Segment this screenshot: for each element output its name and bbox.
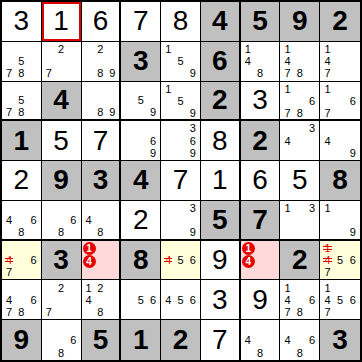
candidate-empty: [266, 321, 278, 334]
candidate-grid: 56: [122, 281, 159, 318]
given-digit: 2: [332, 7, 348, 35]
cell-r5c2[interactable]: 9: [42, 161, 82, 201]
given-digit: 2: [212, 86, 228, 114]
cell-r6c6[interactable]: 5: [201, 201, 241, 241]
candidate-empty: [267, 255, 279, 268]
solved-digit: 3: [212, 286, 228, 314]
candidate-empty: [15, 294, 27, 306]
candidate-empty: [306, 321, 318, 334]
candidate-6: 6: [306, 95, 318, 107]
candidate-8: 8: [15, 306, 27, 318]
candidate-1: 1: [321, 43, 334, 55]
candidate-empty: [174, 226, 186, 238]
cell-r8c3[interactable]: 1248: [82, 280, 122, 320]
cell-r9c5[interactable]: 2: [161, 320, 201, 360]
candidate-grid: 289: [83, 43, 119, 80]
candidate-cell-4: 4: [242, 255, 255, 268]
cell-r3c8[interactable]: 1678: [280, 82, 320, 122]
cell-r5c5[interactable]: 7: [161, 161, 201, 201]
candidate-6: 6: [187, 254, 199, 266]
candidate-grid: 167: [321, 83, 359, 119]
candidate-grid: 148: [242, 43, 279, 80]
candidate-empty: [334, 214, 347, 226]
candidate-empty: [147, 122, 159, 134]
candidate-5: 5: [334, 254, 347, 266]
candidate-empty: [187, 242, 199, 254]
candidate-empty: [266, 334, 278, 347]
candidate-empty: [135, 281, 147, 293]
candidate-empty: [122, 306, 134, 318]
candidate-empty: [281, 122, 293, 134]
candidate-empty: [106, 55, 118, 67]
candidate-empty: [43, 214, 55, 226]
cell-r4c4[interactable]: 69: [121, 121, 161, 161]
candidate-6: 6: [28, 254, 40, 266]
candidate-9: 9: [147, 106, 159, 118]
cell-r3c2[interactable]: 4: [42, 82, 82, 122]
given-digit: 2: [173, 326, 189, 354]
candidate-empty: [281, 214, 293, 226]
candidate-empty: [174, 147, 186, 159]
candidate-grid: 159: [162, 83, 199, 119]
cell-r4c9[interactable]: 49: [320, 121, 360, 161]
cell-r3c5[interactable]: 159: [161, 82, 201, 122]
candidate-empty: [106, 226, 118, 238]
candidate-3: 3: [306, 202, 318, 214]
cell-r1c3[interactable]: 6: [82, 2, 122, 42]
candidate-empty: [106, 43, 118, 55]
solved-digit: 9: [212, 246, 228, 274]
candidate-7: 7: [281, 107, 293, 119]
candidate-4: 4: [321, 294, 334, 306]
candidate-empty: [306, 346, 318, 359]
cell-r3c7[interactable]: 3: [241, 82, 281, 122]
chain-candidate-1: 1: [83, 242, 96, 255]
candidate-empty: [346, 67, 359, 79]
candidate-empty: [346, 266, 359, 278]
candidate-5: 5: [135, 94, 147, 106]
candidate-empty: [174, 135, 186, 147]
cell-r5c7[interactable]: 6: [241, 161, 281, 201]
candidate-7: 7: [321, 306, 334, 318]
candidate-grid: 39: [162, 202, 199, 238]
cell-r9c2[interactable]: 68: [42, 320, 82, 360]
solved-digit: 8: [173, 7, 189, 35]
cell-r1c8[interactable]: 9: [280, 2, 320, 42]
cell-r9c1[interactable]: 9: [2, 320, 42, 360]
cell-r1c6[interactable]: 4: [201, 2, 241, 42]
cell-r4c1[interactable]: 1: [2, 121, 42, 161]
candidate-empty: [334, 306, 347, 318]
candidate-1: 1: [321, 83, 334, 95]
candidate-empty: [83, 226, 95, 238]
candidate-empty: [334, 135, 347, 147]
candidate-empty: [28, 202, 40, 214]
cell-r3c4[interactable]: 59: [121, 82, 161, 122]
given-digit: 8: [133, 246, 149, 274]
cell-r3c3[interactable]: 89: [82, 82, 122, 122]
candidate-grid: 578: [3, 83, 40, 119]
candidate-empty: [94, 83, 106, 95]
candidate-empty: [28, 43, 40, 55]
candidate-empty: [135, 106, 147, 118]
candidate-empty: [346, 202, 359, 214]
candidate-empty: [83, 268, 96, 279]
candidate-empty: [43, 334, 55, 347]
candidate-empty: [321, 122, 334, 134]
candidate-grid: 27: [43, 281, 80, 318]
cell-r6c8[interactable]: 13: [280, 201, 320, 241]
candidate-empty: [107, 242, 118, 255]
solved-digit: 5: [53, 127, 69, 155]
candidate-7: 7: [321, 266, 334, 278]
cell-r4c8[interactable]: 34: [280, 121, 320, 161]
candidate-empty: [174, 281, 186, 293]
cell-r2c5[interactable]: 159: [161, 42, 201, 82]
cell-r7c1[interactable]: 467: [2, 241, 42, 281]
cell-r3c9[interactable]: 167: [320, 82, 360, 122]
candidate-empty: [122, 135, 134, 147]
eliminated-candidate-4: 4: [3, 254, 15, 266]
candidate-empty: [306, 147, 318, 159]
cell-r2c8[interactable]: 1478: [280, 42, 320, 82]
solved-digit: 7: [93, 127, 109, 155]
candidate-empty: [294, 334, 306, 347]
cell-r7c5[interactable]: 456: [161, 241, 201, 281]
candidate-empty: [254, 334, 266, 347]
cell-r8c7[interactable]: 9: [241, 280, 281, 320]
candidate-empty: [281, 321, 293, 334]
candidate-8: 8: [294, 107, 306, 119]
cell-r8c4[interactable]: 56: [121, 280, 161, 320]
cell-r5c6[interactable]: 1: [201, 161, 241, 201]
candidate-grid: 468: [281, 321, 318, 359]
candidate-empty: [162, 135, 174, 147]
cell-r8c6[interactable]: 3: [201, 280, 241, 320]
candidate-empty: [67, 306, 79, 318]
candidate-empty: [55, 55, 67, 67]
candidate-8: 8: [94, 67, 106, 79]
candidate-4: 4: [3, 214, 15, 226]
candidate-4: 4: [242, 334, 254, 347]
cell-r7c8[interactable]: 2: [280, 241, 320, 281]
candidate-empty: [281, 95, 293, 107]
candidate-8: 8: [94, 106, 106, 118]
candidate-empty: [3, 55, 15, 67]
candidate-empty: [107, 255, 118, 268]
cell-r8c9[interactable]: 14567: [320, 280, 360, 320]
candidate-4: 4: [281, 334, 293, 347]
cell-r7c4[interactable]: 8: [121, 241, 161, 281]
candidate-6: 6: [187, 294, 199, 306]
cell-r9c4[interactable]: 1: [121, 320, 161, 360]
cell-r7c9[interactable]: 14567: [320, 241, 360, 281]
candidate-empty: [67, 55, 79, 67]
cell-r1c4[interactable]: 7: [121, 2, 161, 42]
candidate-empty: [147, 306, 159, 318]
eliminated-candidate-4: 4: [321, 254, 334, 266]
candidate-empty: [294, 122, 306, 134]
cell-r1c5[interactable]: 8: [161, 2, 201, 42]
chain-candidate-1: 1: [242, 242, 255, 255]
candidate-empty: [174, 122, 186, 134]
candidate-grid: 14567: [321, 281, 359, 318]
candidate-empty: [306, 281, 318, 293]
candidate-empty: [321, 226, 334, 238]
candidate-grid: 13: [281, 202, 318, 238]
cell-r5c3[interactable]: 3: [82, 161, 122, 201]
cell-r4c5[interactable]: 369: [161, 121, 201, 161]
candidate-1: 1: [162, 43, 174, 55]
candidate-empty: [135, 135, 147, 147]
cell-r8c8[interactable]: 14678: [280, 280, 320, 320]
candidate-empty: [294, 43, 306, 55]
candidate-5: 5: [135, 294, 147, 306]
candidate-1: 1: [162, 83, 174, 95]
cell-r6c9[interactable]: 19: [320, 201, 360, 241]
candidate-empty: [83, 94, 95, 106]
candidate-3: 3: [306, 122, 318, 134]
candidate-empty: [147, 83, 159, 95]
candidate-8: 8: [55, 346, 67, 359]
cell-r5c1[interactable]: 2: [2, 161, 42, 201]
cell-r9c9[interactable]: 3: [320, 320, 360, 360]
candidate-empty: [187, 306, 199, 318]
candidate-6: 6: [306, 294, 318, 306]
cell-r2c1[interactable]: 578: [2, 42, 42, 82]
candidate-empty: [135, 122, 147, 134]
cell-r7c3[interactable]: 14: [82, 241, 122, 281]
candidate-empty: [15, 254, 27, 266]
cell-r1c1[interactable]: 3: [2, 2, 42, 42]
cell-r4c2[interactable]: 5: [42, 121, 82, 161]
candidate-empty: [122, 83, 134, 95]
candidate-cell-4: 4: [83, 255, 96, 268]
cell-r8c2[interactable]: 27: [42, 280, 82, 320]
given-digit: 2: [252, 127, 268, 155]
candidate-8: 8: [94, 306, 106, 318]
candidate-empty: [106, 306, 118, 318]
given-digit: 5: [93, 326, 109, 354]
cell-r4c3[interactable]: 7: [82, 121, 122, 161]
solved-digit: 2: [133, 206, 149, 234]
candidate-8: 8: [294, 346, 306, 359]
candidate-empty: [306, 306, 318, 318]
candidate-empty: [43, 202, 55, 214]
candidate-empty: [162, 107, 174, 119]
candidate-empty: [107, 268, 118, 279]
sudoku-board: 3167845925782728931596148147814757848959…: [0, 0, 362, 362]
candidate-empty: [43, 346, 55, 359]
candidate-empty: [43, 55, 55, 67]
candidate-empty: [67, 202, 79, 214]
candidate-empty: [346, 107, 359, 119]
candidate-empty: [334, 83, 347, 95]
candidate-empty: [174, 242, 186, 254]
candidate-grid: 89: [83, 83, 119, 119]
candidate-8: 8: [254, 67, 266, 79]
candidate-9: 9: [187, 107, 199, 119]
cell-r1c9[interactable]: 2: [320, 2, 360, 42]
solved-digit: 7: [173, 166, 189, 194]
cell-r8c5[interactable]: 456: [161, 280, 201, 320]
candidate-4: 4: [321, 55, 334, 67]
candidate-7: 7: [3, 306, 15, 318]
candidate-empty: [187, 83, 199, 95]
cell-r1c7[interactable]: 5: [241, 2, 281, 42]
candidate-7: 7: [281, 306, 293, 318]
candidate-3: 3: [187, 202, 199, 214]
candidate-empty: [3, 83, 15, 95]
candidate-4: 4: [83, 294, 95, 306]
cell-r2c6[interactable]: 6: [201, 42, 241, 82]
given-digit: 3: [133, 47, 149, 75]
candidate-empty: [94, 202, 106, 214]
cell-r6c3[interactable]: 48: [82, 201, 122, 241]
candidate-empty: [67, 43, 79, 55]
candidate-empty: [334, 226, 347, 238]
candidate-empty: [266, 67, 278, 79]
candidate-4: 4: [3, 294, 15, 306]
cell-r6c5[interactable]: 39: [161, 201, 201, 241]
candidate-empty: [334, 281, 347, 293]
candidate-empty: [294, 95, 306, 107]
candidate-9: 9: [187, 67, 199, 79]
candidate-empty: [174, 43, 186, 55]
candidate-empty: [162, 147, 174, 159]
candidate-6: 6: [28, 214, 40, 226]
cell-r6c7[interactable]: 7: [241, 201, 281, 241]
candidate-empty: [346, 306, 359, 318]
given-digit: 3: [93, 166, 109, 194]
candidate-empty: [15, 242, 27, 254]
cell-r5c4[interactable]: 4: [121, 161, 161, 201]
candidate-empty: [55, 202, 67, 214]
candidate-empty: [162, 281, 174, 293]
candidate-empty: [15, 281, 27, 293]
candidate-empty: [83, 55, 95, 67]
candidate-empty: [294, 147, 306, 159]
candidate-empty: [334, 202, 347, 214]
candidate-empty: [147, 281, 159, 293]
candidate-empty: [254, 55, 266, 67]
cell-r2c2[interactable]: 27: [42, 42, 82, 82]
candidate-4: 4: [83, 214, 95, 226]
candidate-1: 1: [281, 202, 293, 214]
candidate-empty: [346, 214, 359, 226]
cell-r7c6[interactable]: 9: [201, 241, 241, 281]
cell-r9c8[interactable]: 468: [280, 320, 320, 360]
cell-r2c7[interactable]: 148: [241, 42, 281, 82]
candidate-empty: [294, 202, 306, 214]
cell-r4c7[interactable]: 2: [241, 121, 281, 161]
candidate-empty: [147, 94, 159, 106]
cell-r8c1[interactable]: 4678: [2, 280, 42, 320]
cell-r5c9[interactable]: 8: [320, 161, 360, 201]
candidate-empty: [334, 147, 347, 159]
candidate-empty: [106, 214, 118, 226]
candidate-empty: [28, 55, 40, 67]
given-digit: 6: [212, 47, 228, 75]
cell-r9c3[interactable]: 5: [82, 320, 122, 360]
candidate-8: 8: [15, 226, 27, 238]
candidate-5: 5: [174, 55, 186, 67]
cell-r6c1[interactable]: 468: [2, 201, 42, 241]
candidate-grid: 27: [43, 43, 80, 80]
solved-digit: 7: [212, 326, 228, 354]
candidate-empty: [174, 266, 186, 278]
candidate-7: 7: [43, 67, 55, 79]
candidate-grid: 14: [83, 242, 119, 279]
candidate-grid: 4678: [3, 281, 40, 318]
candidate-empty: [346, 135, 359, 147]
candidate-6: 6: [346, 254, 359, 266]
candidate-empty: [55, 334, 67, 347]
candidate-4: 4: [281, 135, 293, 147]
candidate-empty: [96, 242, 107, 255]
candidate-empty: [306, 55, 318, 67]
candidate-empty: [242, 346, 254, 359]
candidate-9: 9: [346, 147, 359, 159]
cell-r4c6[interactable]: 8: [201, 121, 241, 161]
candidate-7: 7: [321, 67, 334, 79]
cell-r3c1[interactable]: 578: [2, 82, 42, 122]
candidate-9: 9: [147, 147, 159, 159]
candidate-empty: [83, 306, 95, 318]
candidate-empty: [306, 214, 318, 226]
candidate-grid: 14567: [321, 242, 359, 279]
cell-r6c4[interactable]: 2: [121, 201, 161, 241]
candidate-cell-1: 1: [83, 242, 96, 255]
candidate-empty: [28, 67, 40, 79]
cell-r9c7[interactable]: 48: [241, 320, 281, 360]
candidate-empty: [306, 107, 318, 119]
candidate-2: 2: [94, 281, 106, 293]
cell-r3c6[interactable]: 2: [201, 82, 241, 122]
cell-r7c7[interactable]: 14: [241, 241, 281, 281]
given-digit: 9: [292, 7, 308, 35]
candidate-empty: [122, 106, 134, 118]
candidate-grid: 468: [3, 202, 40, 238]
cell-r1c2[interactable]: 1: [42, 2, 82, 42]
cell-r6c2[interactable]: 68: [42, 201, 82, 241]
candidate-empty: [187, 43, 199, 55]
chain-candidate-4: 4: [83, 255, 96, 268]
cell-r2c4[interactable]: 3: [121, 42, 161, 82]
candidate-8: 8: [294, 67, 306, 79]
candidate-2: 2: [94, 43, 106, 55]
candidate-5: 5: [174, 254, 186, 266]
cell-r2c9[interactable]: 147: [320, 42, 360, 82]
candidate-grid: 1248: [83, 281, 119, 318]
candidate-empty: [306, 135, 318, 147]
candidate-empty: [162, 242, 174, 254]
candidate-7: 7: [321, 107, 334, 119]
candidate-grid: 19: [321, 202, 359, 238]
candidate-empty: [266, 55, 278, 67]
cell-r2c3[interactable]: 289: [82, 42, 122, 82]
solved-digit: 2: [14, 166, 30, 194]
candidate-empty: [162, 122, 174, 134]
cell-r7c2[interactable]: 3: [42, 241, 82, 281]
candidate-8: 8: [294, 306, 306, 318]
candidate-empty: [135, 83, 147, 95]
cell-r5c8[interactable]: 5: [280, 161, 320, 201]
candidate-empty: [162, 226, 174, 238]
candidate-empty: [106, 202, 118, 214]
candidate-empty: [294, 214, 306, 226]
cell-r9c6[interactable]: 7: [201, 320, 241, 360]
